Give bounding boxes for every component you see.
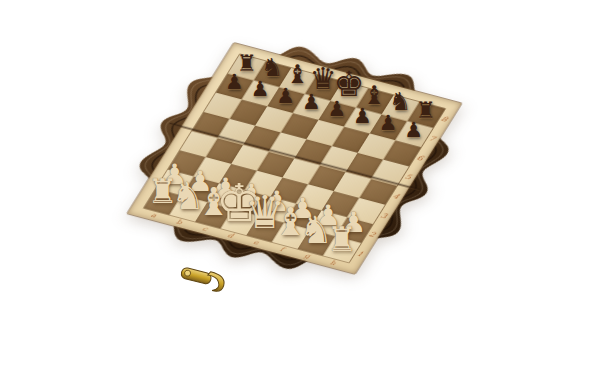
piece-black-pawn-c7[interactable]: ♟ <box>276 86 295 107</box>
piece-black-pawn-e7[interactable]: ♟ <box>328 99 347 120</box>
piece-black-pawn-a7[interactable]: ♟ <box>225 72 244 93</box>
product-photo-stage: 87654321abcdefgh ♜♞♝♛♚♝♞♜♟♟♟♟♟♟♟♟♟♟♟♟♟♟♟… <box>0 0 600 380</box>
piece-black-pawn-f7[interactable]: ♟ <box>353 106 372 127</box>
brass-clasp-icon <box>175 258 239 300</box>
piece-white-rook-h1[interactable]: ♜ <box>326 222 356 256</box>
piece-black-pawn-g7[interactable]: ♟ <box>379 113 398 134</box>
piece-black-king-e8[interactable]: ♚ <box>333 67 364 102</box>
piece-black-pawn-b7[interactable]: ♟ <box>251 79 270 100</box>
piece-black-pawn-h7[interactable]: ♟ <box>404 120 423 141</box>
piece-black-pawn-d7[interactable]: ♟ <box>302 92 321 113</box>
